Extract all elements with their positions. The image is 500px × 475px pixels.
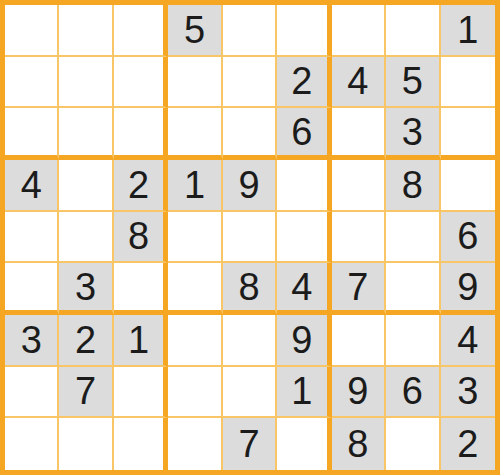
sudoku-cell-r9c6-empty[interactable] — [277, 418, 331, 470]
sudoku-cell-r3c1-empty[interactable] — [5, 108, 59, 160]
sudoku-cell-r8c7-given: 9 — [332, 367, 386, 419]
sudoku-cell-r1c7-empty[interactable] — [332, 5, 386, 57]
sudoku-cell-r2c3-empty[interactable] — [114, 57, 168, 109]
sudoku-cell-r7c2-given: 2 — [59, 315, 113, 367]
sudoku-cell-r1c8-empty[interactable] — [386, 5, 440, 57]
sudoku-cell-r1c3-empty[interactable] — [114, 5, 168, 57]
sudoku-cell-r2c5-empty[interactable] — [223, 57, 277, 109]
sudoku-cell-r2c7-given: 4 — [332, 57, 386, 109]
sudoku-cell-r8c8-given: 6 — [386, 367, 440, 419]
sudoku-cell-r4c2-empty[interactable] — [59, 160, 113, 212]
sudoku-cell-r5c2-empty[interactable] — [59, 212, 113, 264]
sudoku-cell-r5c3-given: 8 — [114, 212, 168, 264]
sudoku-cell-r9c8-empty[interactable] — [386, 418, 440, 470]
sudoku-cell-r6c9-given: 9 — [441, 263, 495, 315]
sudoku-cell-r4c6-empty[interactable] — [277, 160, 331, 212]
sudoku-cell-r9c1-empty[interactable] — [5, 418, 59, 470]
sudoku-cell-r1c5-empty[interactable] — [223, 5, 277, 57]
sudoku-cell-r4c7-empty[interactable] — [332, 160, 386, 212]
sudoku-cell-r9c7-given: 8 — [332, 418, 386, 470]
sudoku-cell-r7c6-given: 9 — [277, 315, 331, 367]
sudoku-cell-r7c4-empty[interactable] — [168, 315, 222, 367]
sudoku-cell-r6c7-given: 7 — [332, 263, 386, 315]
sudoku-cell-r5c4-empty[interactable] — [168, 212, 222, 264]
sudoku-cell-r2c2-empty[interactable] — [59, 57, 113, 109]
sudoku-cell-r3c8-given: 3 — [386, 108, 440, 160]
sudoku-cell-r9c5-given: 7 — [223, 418, 277, 470]
sudoku-cell-r2c9-empty[interactable] — [441, 57, 495, 109]
sudoku-cell-r6c4-empty[interactable] — [168, 263, 222, 315]
sudoku-cell-r5c6-empty[interactable] — [277, 212, 331, 264]
sudoku-cell-r6c1-empty[interactable] — [5, 263, 59, 315]
sudoku-cell-r9c3-empty[interactable] — [114, 418, 168, 470]
sudoku-cell-r3c3-empty[interactable] — [114, 108, 168, 160]
sudoku-cell-r1c9-given: 1 — [441, 5, 495, 57]
sudoku-cell-r8c6-given: 1 — [277, 367, 331, 419]
sudoku-cell-r3c6-given: 6 — [277, 108, 331, 160]
sudoku-cell-r4c8-given: 8 — [386, 160, 440, 212]
sudoku-cell-r6c8-empty[interactable] — [386, 263, 440, 315]
sudoku-cell-r3c7-empty[interactable] — [332, 108, 386, 160]
sudoku-cell-r7c3-given: 1 — [114, 315, 168, 367]
sudoku-cell-r3c9-empty[interactable] — [441, 108, 495, 160]
sudoku-cell-r2c8-given: 5 — [386, 57, 440, 109]
sudoku-cell-r6c3-empty[interactable] — [114, 263, 168, 315]
sudoku-cell-r8c5-empty[interactable] — [223, 367, 277, 419]
sudoku-cell-r6c6-given: 4 — [277, 263, 331, 315]
sudoku-cell-r4c9-empty[interactable] — [441, 160, 495, 212]
sudoku-cell-r4c1-given: 4 — [5, 160, 59, 212]
sudoku-cell-r3c5-empty[interactable] — [223, 108, 277, 160]
sudoku-cell-r2c4-empty[interactable] — [168, 57, 222, 109]
sudoku-cell-r7c1-given: 3 — [5, 315, 59, 367]
sudoku-cell-r5c9-given: 6 — [441, 212, 495, 264]
sudoku-cell-r6c2-given: 3 — [59, 263, 113, 315]
sudoku-cell-r5c8-empty[interactable] — [386, 212, 440, 264]
sudoku-cell-r8c9-given: 3 — [441, 367, 495, 419]
sudoku-cell-r8c2-given: 7 — [59, 367, 113, 419]
sudoku-cell-r7c7-empty[interactable] — [332, 315, 386, 367]
sudoku-board: 51245634219886384793219471963782 — [0, 0, 500, 475]
sudoku-cell-r1c6-empty[interactable] — [277, 5, 331, 57]
sudoku-cell-r2c1-empty[interactable] — [5, 57, 59, 109]
sudoku-cell-r7c9-given: 4 — [441, 315, 495, 367]
sudoku-cell-r9c9-given: 2 — [441, 418, 495, 470]
sudoku-cell-r3c2-empty[interactable] — [59, 108, 113, 160]
sudoku-cell-r1c1-empty[interactable] — [5, 5, 59, 57]
sudoku-cell-r4c4-given: 1 — [168, 160, 222, 212]
sudoku-cell-r8c4-empty[interactable] — [168, 367, 222, 419]
sudoku-cell-r8c3-empty[interactable] — [114, 367, 168, 419]
sudoku-cell-r5c1-empty[interactable] — [5, 212, 59, 264]
sudoku-cell-r9c4-empty[interactable] — [168, 418, 222, 470]
sudoku-cell-r5c5-empty[interactable] — [223, 212, 277, 264]
sudoku-cell-r3c4-empty[interactable] — [168, 108, 222, 160]
sudoku-cell-r4c3-given: 2 — [114, 160, 168, 212]
sudoku-cell-r7c5-empty[interactable] — [223, 315, 277, 367]
sudoku-cell-r1c2-empty[interactable] — [59, 5, 113, 57]
sudoku-cell-r4c5-given: 9 — [223, 160, 277, 212]
sudoku-cell-r1c4-given: 5 — [168, 5, 222, 57]
sudoku-cell-r9c2-empty[interactable] — [59, 418, 113, 470]
sudoku-cell-r8c1-empty[interactable] — [5, 367, 59, 419]
sudoku-cell-r2c6-given: 2 — [277, 57, 331, 109]
sudoku-cell-r7c8-empty[interactable] — [386, 315, 440, 367]
sudoku-cell-r5c7-empty[interactable] — [332, 212, 386, 264]
sudoku-cell-r6c5-given: 8 — [223, 263, 277, 315]
